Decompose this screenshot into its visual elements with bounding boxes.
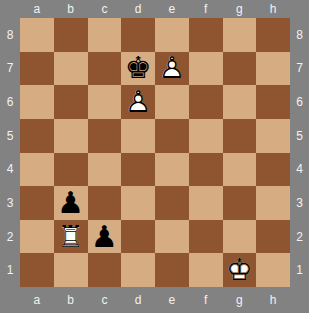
- white-piece-outline-layer: ♖: [57, 222, 84, 252]
- rank-label-right-7: 7: [290, 52, 309, 86]
- square-b4[interactable]: [54, 153, 88, 187]
- square-h5[interactable]: [256, 119, 290, 153]
- file-label-top-e: e: [155, 0, 189, 18]
- corner-top-left: [0, 0, 20, 18]
- file-label-bottom-b: b: [54, 287, 88, 313]
- square-c8[interactable]: [88, 18, 122, 52]
- file-label-top-a: a: [20, 0, 54, 18]
- square-c4[interactable]: [88, 153, 122, 187]
- square-e6[interactable]: [155, 85, 189, 119]
- square-e2[interactable]: [155, 220, 189, 254]
- square-h3[interactable]: [256, 186, 290, 220]
- square-f7[interactable]: [189, 52, 223, 86]
- square-d6[interactable]: ♟♙: [121, 85, 155, 119]
- file-label-top-d: d: [121, 0, 155, 18]
- square-d3[interactable]: [121, 186, 155, 220]
- square-h2[interactable]: [256, 220, 290, 254]
- square-f4[interactable]: [189, 153, 223, 187]
- rank-label-right-1: 1: [290, 253, 309, 287]
- square-g8[interactable]: [223, 18, 257, 52]
- square-b7[interactable]: [54, 52, 88, 86]
- square-d5[interactable]: [121, 119, 155, 153]
- white-piece-outline-layer: ♙: [158, 53, 185, 83]
- rank-label-left-7: 7: [0, 52, 20, 86]
- square-e5[interactable]: [155, 119, 189, 153]
- square-b8[interactable]: [54, 18, 88, 52]
- file-label-bottom-c: c: [88, 287, 122, 313]
- square-c3[interactable]: [88, 186, 122, 220]
- square-g1[interactable]: ♚♔: [223, 253, 257, 287]
- square-b3[interactable]: ♟: [54, 186, 88, 220]
- file-label-bottom-e: e: [155, 287, 189, 313]
- white-piece-outline-layer: ♔: [226, 255, 253, 285]
- square-g7[interactable]: [223, 52, 257, 86]
- square-e7[interactable]: ♟♙: [155, 52, 189, 86]
- square-h7[interactable]: [256, 52, 290, 86]
- corner-top-right: [290, 0, 309, 18]
- rank-label-left-8: 8: [0, 18, 20, 52]
- square-c7[interactable]: [88, 52, 122, 86]
- file-label-bottom-f: f: [189, 287, 223, 313]
- rank-label-left-4: 4: [0, 153, 20, 187]
- square-g5[interactable]: [223, 119, 257, 153]
- rank-label-right-8: 8: [290, 18, 309, 52]
- square-a7[interactable]: [20, 52, 54, 86]
- square-a3[interactable]: [20, 186, 54, 220]
- rank-label-right-5: 5: [290, 119, 309, 153]
- piece-black-pawn[interactable]: ♟: [57, 188, 84, 218]
- square-c1[interactable]: [88, 253, 122, 287]
- square-a5[interactable]: [20, 119, 54, 153]
- square-f2[interactable]: [189, 220, 223, 254]
- rank-label-left-2: 2: [0, 220, 20, 254]
- square-e8[interactable]: [155, 18, 189, 52]
- rank-label-right-4: 4: [290, 153, 309, 187]
- rank-label-left-6: 6: [0, 85, 20, 119]
- rank-label-right-2: 2: [290, 220, 309, 254]
- square-b6[interactable]: [54, 85, 88, 119]
- square-g6[interactable]: [223, 85, 257, 119]
- square-g3[interactable]: [223, 186, 257, 220]
- corner-bottom-left: [0, 287, 20, 313]
- square-d4[interactable]: [121, 153, 155, 187]
- piece-white-pawn[interactable]: ♟♙: [125, 87, 152, 117]
- square-b5[interactable]: [54, 119, 88, 153]
- file-label-top-b: b: [54, 0, 88, 18]
- square-a4[interactable]: [20, 153, 54, 187]
- square-d1[interactable]: [121, 253, 155, 287]
- square-b1[interactable]: [54, 253, 88, 287]
- square-f5[interactable]: [189, 119, 223, 153]
- piece-white-rook[interactable]: ♜♖: [57, 222, 84, 252]
- square-a8[interactable]: [20, 18, 54, 52]
- square-f6[interactable]: [189, 85, 223, 119]
- square-d8[interactable]: [121, 18, 155, 52]
- rank-label-left-5: 5: [0, 119, 20, 153]
- square-c2[interactable]: ♟: [88, 220, 122, 254]
- square-h8[interactable]: [256, 18, 290, 52]
- piece-black-king[interactable]: ♚: [125, 53, 152, 83]
- square-f8[interactable]: [189, 18, 223, 52]
- file-label-bottom-d: d: [121, 287, 155, 313]
- file-label-top-c: c: [88, 0, 122, 18]
- square-a6[interactable]: [20, 85, 54, 119]
- square-g4[interactable]: [223, 153, 257, 187]
- square-b2[interactable]: ♜♖: [54, 220, 88, 254]
- file-label-top-h: h: [256, 0, 290, 18]
- rank-label-right-6: 6: [290, 85, 309, 119]
- square-a2[interactable]: [20, 220, 54, 254]
- piece-black-pawn[interactable]: ♟: [91, 222, 118, 252]
- square-c6[interactable]: [88, 85, 122, 119]
- piece-white-pawn[interactable]: ♟♙: [158, 53, 185, 83]
- square-e1[interactable]: [155, 253, 189, 287]
- square-d7[interactable]: ♚: [121, 52, 155, 86]
- square-h6[interactable]: [256, 85, 290, 119]
- file-label-top-f: f: [189, 0, 223, 18]
- file-label-bottom-a: a: [20, 287, 54, 313]
- corner-bottom-right: [290, 287, 309, 313]
- file-label-top-g: g: [223, 0, 257, 18]
- square-e4[interactable]: [155, 153, 189, 187]
- square-g2[interactable]: [223, 220, 257, 254]
- file-label-bottom-g: g: [223, 287, 257, 313]
- white-piece-outline-layer: ♙: [125, 87, 152, 117]
- square-a1[interactable]: [20, 253, 54, 287]
- square-f1[interactable]: [189, 253, 223, 287]
- chessboard-frame: abcdefgh887♚♟♙76♟♙655443♟32♜♖♟21♚♔1abcde…: [0, 0, 309, 313]
- rank-label-left-3: 3: [0, 186, 20, 220]
- square-d2[interactable]: [121, 220, 155, 254]
- piece-white-king[interactable]: ♚♔: [226, 255, 253, 285]
- rank-label-right-3: 3: [290, 186, 309, 220]
- square-h4[interactable]: [256, 153, 290, 187]
- square-e3[interactable]: [155, 186, 189, 220]
- file-label-bottom-h: h: [256, 287, 290, 313]
- square-f3[interactable]: [189, 186, 223, 220]
- square-c5[interactable]: [88, 119, 122, 153]
- square-h1[interactable]: [256, 253, 290, 287]
- rank-label-left-1: 1: [0, 253, 20, 287]
